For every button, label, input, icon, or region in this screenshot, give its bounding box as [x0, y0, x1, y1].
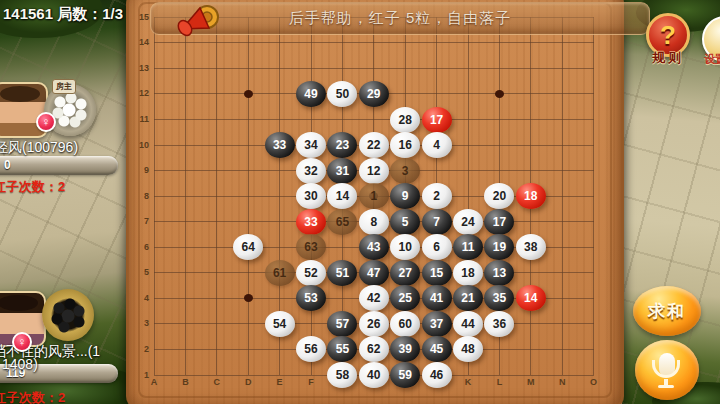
top-player-name: 轻风(100796) [0, 139, 78, 157]
board-grid-vline [562, 17, 563, 375]
white-stone: 4 [422, 132, 452, 158]
black-stone: 7 [422, 209, 452, 235]
red-bonus-stone: 17 [422, 107, 452, 133]
white-stone: 30 [296, 183, 326, 209]
black-stone: 15 [422, 260, 452, 286]
board-col-label: C [208, 377, 226, 388]
board-col-label: M [522, 377, 540, 388]
top-player-gender-badge: ♀ [36, 112, 56, 132]
board-grid-vline [593, 17, 594, 375]
bottom-player-gender-badge: ♀ [12, 332, 32, 352]
board-col-label: K [459, 377, 477, 388]
board-row-label: 11 [130, 114, 149, 125]
board-col-label: D [239, 377, 257, 388]
black-stone: 45 [422, 336, 452, 362]
board-row-label: 4 [130, 293, 149, 304]
top-player-red-stone-count: 红子次数：2 [0, 178, 65, 196]
room-owner-plaque: 房主 [52, 79, 76, 94]
question-mark-icon: ? [660, 20, 676, 51]
board-row-label: 2 [130, 344, 149, 355]
white-stone: 46 [422, 362, 452, 388]
ghost-stone: 65 [327, 209, 357, 235]
black-stone: 49 [296, 81, 326, 107]
bottom-player-red-stone-count: 红子次数：2 [0, 389, 65, 404]
announcement-text: 后手帮助，红子 5粒，自由落子 [289, 9, 512, 28]
black-stone: 43 [359, 234, 389, 260]
board-col-label: N [553, 377, 571, 388]
board-grid-vline [185, 17, 186, 375]
board-row-label: 10 [130, 140, 149, 151]
white-stone: 28 [390, 107, 420, 133]
black-stone: 51 [327, 260, 357, 286]
board-row-label: 9 [130, 165, 149, 176]
board-row-label: 6 [130, 242, 149, 253]
white-stone: 38 [516, 234, 546, 260]
black-stone: 33 [265, 132, 295, 158]
black-stone: 37 [422, 311, 452, 337]
white-stone: 24 [453, 209, 483, 235]
white-stone: 54 [265, 311, 295, 337]
white-stone: 8 [359, 209, 389, 235]
white-stone: 18 [453, 260, 483, 286]
black-stone: 13 [484, 260, 514, 286]
bottom-player-avatar-hair [0, 295, 38, 311]
ghost-stone: 61 [265, 260, 295, 286]
white-stone: 40 [359, 362, 389, 388]
black-stone: 47 [359, 260, 389, 286]
board-row-label: 3 [130, 318, 149, 329]
board-col-label: A [145, 377, 163, 388]
board-row-label: 13 [130, 63, 149, 74]
ghost-stone: 3 [390, 158, 420, 184]
microphone-icon-base [658, 385, 674, 388]
room-info-label: 141561 局数：1/3 [3, 5, 123, 24]
top-player-score-bar: 0 [0, 156, 118, 175]
board-grid-vline [154, 17, 155, 375]
board-col-label: F [302, 377, 320, 388]
red-bonus-stone: 33 [296, 209, 326, 235]
white-stone: 34 [296, 132, 326, 158]
board-grid-vline [248, 17, 249, 375]
voice-chat-button[interactable] [635, 340, 699, 400]
board-row-label: 7 [130, 216, 149, 227]
gomoku-game-screen: 123456789101112131415ABCDEFGHIJKLMNO4950… [0, 0, 720, 404]
rules-button-label: 规则 [640, 49, 696, 67]
board-col-label: B [176, 377, 194, 388]
announcement-banner: 后手帮助，红子 5粒，自由落子 [150, 2, 650, 35]
settings-button-label: 设置 [704, 52, 720, 67]
offer-draw-button[interactable]: 求和 [633, 286, 701, 336]
black-stone: 5 [390, 209, 420, 235]
black-stone: 31 [327, 158, 357, 184]
board-row-label: 12 [130, 88, 149, 99]
ghost-stone: 1 [359, 183, 389, 209]
board-row-label: 15 [130, 12, 149, 23]
offer-draw-label: 求和 [648, 300, 686, 323]
board-star-point [495, 90, 504, 98]
red-bonus-stone: 18 [516, 183, 546, 209]
black-stone: 41 [422, 285, 452, 311]
board-col-label: L [490, 377, 508, 388]
board-row-label: 5 [130, 267, 149, 278]
white-stone: 26 [359, 311, 389, 337]
top-player-avatar-hair [0, 86, 40, 102]
white-stone: 52 [296, 260, 326, 286]
board-row-label: 8 [130, 191, 149, 202]
board-star-point [244, 90, 253, 98]
black-stone: 59 [390, 362, 420, 388]
white-stone: 6 [422, 234, 452, 260]
board-col-label: E [271, 377, 289, 388]
white-stone: 32 [296, 158, 326, 184]
board-col-label: O [585, 377, 603, 388]
white-stone: 22 [359, 132, 389, 158]
black-stone: 17 [484, 209, 514, 235]
white-stone: 12 [359, 158, 389, 184]
microphone-icon-arc [652, 360, 680, 378]
white-stone: 2 [422, 183, 452, 209]
black-stone: 27 [390, 260, 420, 286]
white-stone: 42 [359, 285, 389, 311]
white-stone: 44 [453, 311, 483, 337]
board-grid-vline [216, 17, 217, 375]
megaphone-icon [176, 1, 224, 39]
black-stone-bowl [42, 289, 94, 341]
black-stone: 29 [359, 81, 389, 107]
white-stone: 60 [390, 311, 420, 337]
top-player-score: 0 [4, 158, 11, 172]
board-row-label: 14 [130, 37, 149, 48]
red-bonus-stone: 14 [516, 285, 546, 311]
bottom-player-name-line2: 1408) [2, 356, 38, 372]
